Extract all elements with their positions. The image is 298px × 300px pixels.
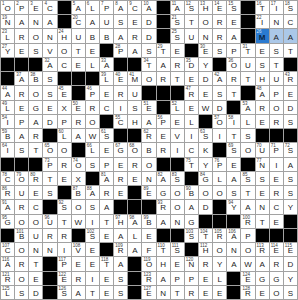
grid-cell[interactable]: S <box>284 286 297 299</box>
grid-cell[interactable]: 64I <box>1 143 14 156</box>
grid-cell[interactable]: 10A <box>142 1 155 14</box>
grid-cell[interactable]: A <box>284 29 297 42</box>
grid-cell[interactable]: 87B <box>72 186 85 199</box>
grid-cell[interactable]: 89E <box>142 186 155 199</box>
grid-cell[interactable]: 120N <box>185 257 198 270</box>
grid-cell[interactable]: E <box>256 115 269 128</box>
grid-cell[interactable]: D <box>284 101 297 114</box>
grid-cell[interactable]: A <box>114 229 127 242</box>
grid-cell[interactable]: T <box>227 129 240 142</box>
grid-cell[interactable]: 49L <box>1 101 14 114</box>
grid-cell[interactable]: L <box>185 115 198 128</box>
grid-cell[interactable]: U <box>241 58 254 71</box>
grid-cell[interactable]: 111S <box>171 243 184 256</box>
grid-cell[interactable]: N <box>199 29 212 42</box>
grid-cell[interactable]: E <box>86 257 99 270</box>
grid-cell[interactable]: R <box>100 186 113 199</box>
grid-cell[interactable]: R <box>72 272 85 285</box>
grid-cell[interactable]: N <box>227 243 240 256</box>
grid-cell[interactable]: 103S <box>185 229 198 242</box>
grid-cell[interactable]: U <box>15 186 28 199</box>
grid-cell[interactable]: 25S <box>171 29 184 42</box>
grid-cell[interactable]: S <box>43 86 56 99</box>
grid-cell[interactable]: T <box>100 215 113 228</box>
grid-cell[interactable]: D <box>29 286 42 299</box>
grid-cell[interactable]: A <box>15 15 28 28</box>
grid-cell[interactable]: A <box>142 115 155 128</box>
grid-cell[interactable]: 36O <box>227 58 240 71</box>
grid-cell[interactable]: 91A <box>1 200 14 213</box>
grid-cell[interactable]: E <box>199 286 212 299</box>
grid-cell[interactable]: I <box>114 101 127 114</box>
grid-cell[interactable]: H <box>157 257 170 270</box>
grid-cell[interactable]: 45E <box>58 86 71 99</box>
grid-cell[interactable]: 100R <box>241 215 254 228</box>
grid-cell[interactable]: O <box>29 215 42 228</box>
grid-cell[interactable]: A <box>29 115 42 128</box>
grid-cell[interactable]: 12S <box>185 1 198 14</box>
grid-cell[interactable]: P <box>58 115 71 128</box>
grid-cell[interactable]: A <box>241 200 254 213</box>
grid-cell[interactable]: S <box>256 172 269 185</box>
grid-cell[interactable]: E <box>256 286 269 299</box>
grid-cell[interactable]: O <box>199 15 212 28</box>
grid-cell[interactable]: O <box>241 243 254 256</box>
grid-cell[interactable]: E <box>29 186 42 199</box>
grid-cell[interactable]: 1O <box>1 1 14 14</box>
grid-cell[interactable]: 24H <box>58 29 71 42</box>
grid-cell[interactable]: 84G <box>199 172 212 185</box>
grid-cell[interactable]: W <box>199 101 212 114</box>
grid-cell[interactable]: T <box>171 72 184 85</box>
grid-cell[interactable]: 78C <box>1 172 14 185</box>
grid-cell[interactable]: E <box>72 257 85 270</box>
grid-cell[interactable]: 54I <box>1 115 14 128</box>
grid-cell[interactable]: A <box>227 172 240 185</box>
grid-cell[interactable]: O <box>15 272 28 285</box>
grid-cell[interactable]: E <box>227 158 240 171</box>
grid-cell[interactable]: U <box>100 15 113 28</box>
grid-cell[interactable]: E <box>256 44 269 57</box>
grid-cell[interactable]: 40E <box>114 72 127 85</box>
grid-cell[interactable]: P <box>241 229 254 242</box>
grid-cell[interactable]: 14E <box>213 1 226 14</box>
grid-cell[interactable]: R <box>227 72 240 85</box>
grid-cell[interactable]: 76P <box>213 158 226 171</box>
grid-cell[interactable]: 77N <box>256 158 269 171</box>
grid-cell[interactable]: 106A <box>227 229 240 242</box>
grid-cell[interactable]: 56P <box>157 115 170 128</box>
grid-cell[interactable]: R <box>15 257 28 270</box>
grid-cell[interactable]: R <box>15 29 28 42</box>
grid-cell[interactable]: 110T <box>157 243 170 256</box>
grid-cell[interactable]: 2P <box>15 1 28 14</box>
grid-cell[interactable]: 115E <box>284 243 297 256</box>
grid-cell[interactable]: 80R <box>29 172 42 185</box>
grid-cell[interactable]: 107C <box>1 243 14 256</box>
grid-cell[interactable]: O <box>241 143 254 156</box>
grid-cell[interactable]: R <box>185 286 198 299</box>
grid-cell[interactable]: R <box>114 172 127 185</box>
grid-cell[interactable]: E <box>284 86 297 99</box>
grid-cell[interactable]: 55C <box>114 115 127 128</box>
grid-cell[interactable]: E <box>171 44 184 57</box>
grid-cell[interactable]: 4C <box>43 1 56 14</box>
grid-cell[interactable]: Y <box>213 257 226 270</box>
grid-cell[interactable]: S <box>284 115 297 128</box>
grid-cell[interactable]: 59B <box>1 129 14 142</box>
grid-cell[interactable]: E <box>29 272 42 285</box>
grid-cell[interactable]: 5A <box>72 1 85 14</box>
grid-cell[interactable]: D <box>284 257 297 270</box>
grid-cell[interactable]: 18S <box>284 1 297 14</box>
grid-cell[interactable]: N <box>157 286 170 299</box>
grid-cell[interactable]: T <box>241 72 254 85</box>
grid-cell[interactable]: L <box>241 115 254 128</box>
grid-cell[interactable]: S <box>43 186 56 199</box>
grid-cell[interactable]: 108V <box>72 243 85 256</box>
grid-cell[interactable]: E <box>157 129 170 142</box>
grid-cell[interactable]: E <box>185 101 198 114</box>
grid-cell[interactable]: 97H <box>114 215 127 228</box>
grid-cell[interactable]: 17I <box>270 1 283 14</box>
grid-cell[interactable]: O <box>171 200 184 213</box>
grid-cell[interactable]: U <box>72 29 85 42</box>
grid-cell[interactable]: Y <box>199 58 212 71</box>
grid-cell[interactable]: T <box>256 215 269 228</box>
grid-cell[interactable]: I <box>213 129 226 142</box>
grid-cell[interactable]: N <box>256 200 269 213</box>
grid-cell[interactable]: A <box>157 215 170 228</box>
grid-cell[interactable]: 83S <box>171 172 184 185</box>
grid-cell[interactable]: 79O <box>15 172 28 185</box>
grid-cell[interactable]: 42A <box>213 72 226 85</box>
grid-cell[interactable]: 118T <box>100 257 113 270</box>
grid-cell[interactable]: N <box>270 15 283 28</box>
grid-cell[interactable]: S <box>142 44 155 57</box>
grid-cell[interactable]: E <box>114 186 127 199</box>
grid-cell[interactable]: W <box>241 257 254 270</box>
grid-cell[interactable]: N <box>171 215 184 228</box>
grid-cell[interactable]: E <box>199 272 212 285</box>
grid-cell[interactable]: U <box>185 29 198 42</box>
grid-cell[interactable]: A <box>114 29 127 42</box>
grid-cell[interactable]: 86R <box>1 186 14 199</box>
grid-cell[interactable]: T <box>58 215 71 228</box>
grid-cell[interactable]: E <box>128 172 141 185</box>
grid-cell[interactable]: E <box>86 243 99 256</box>
grid-cell[interactable]: 15S <box>227 1 240 14</box>
grid-cell[interactable]: R <box>270 115 283 128</box>
grid-cell[interactable]: D <box>199 200 212 213</box>
grid-cell[interactable]: E <box>213 286 226 299</box>
grid-cell[interactable]: 109R <box>114 243 127 256</box>
grid-cell[interactable]: E <box>100 229 113 242</box>
grid-cell[interactable]: 81A <box>100 172 113 185</box>
grid-cell[interactable]: 3E <box>29 1 42 14</box>
grid-cell[interactable]: E <box>86 44 99 57</box>
grid-cell[interactable]: 9C <box>128 1 141 14</box>
grid-cell[interactable]: E <box>100 286 113 299</box>
grid-cell[interactable]: 48A <box>256 86 269 99</box>
grid-cell[interactable]: 34T <box>142 58 155 71</box>
grid-cell[interactable]: 112H <box>199 243 212 256</box>
grid-cell[interactable]: T <box>72 44 85 57</box>
grid-cell[interactable]: H <box>128 115 141 128</box>
grid-cell[interactable]: U <box>270 72 283 85</box>
grid-cell[interactable]: 71P <box>270 143 283 156</box>
grid-cell[interactable]: 51E <box>142 101 155 114</box>
grid-cell[interactable]: O <box>58 44 71 57</box>
grid-cell[interactable]: 127E <box>142 286 155 299</box>
grid-cell[interactable]: 13H <box>199 1 212 14</box>
grid-cell[interactable]: S <box>284 186 297 199</box>
grid-cell[interactable]: 47R <box>185 86 198 99</box>
grid-cell[interactable]: R <box>256 101 269 114</box>
grid-cell[interactable]: R <box>213 29 226 42</box>
selected-cell[interactable]: 26M <box>256 29 269 42</box>
grid-cell[interactable]: S <box>270 44 283 57</box>
grid-cell[interactable]: Y <box>199 158 212 171</box>
grid-cell[interactable]: 85S <box>241 172 254 185</box>
grid-cell[interactable]: A <box>256 257 269 270</box>
grid-cell[interactable]: G <box>256 272 269 285</box>
grid-cell[interactable]: 50E <box>72 101 85 114</box>
grid-cell[interactable]: 92S <box>58 200 71 213</box>
grid-cell[interactable]: 46P <box>86 86 99 99</box>
grid-cell[interactable]: 8A <box>114 1 127 14</box>
grid-cell[interactable]: D <box>213 101 226 114</box>
grid-cell[interactable]: 11A <box>171 1 184 14</box>
grid-cell[interactable]: 33A <box>100 58 113 71</box>
grid-cell[interactable]: R <box>270 186 283 199</box>
grid-cell[interactable]: Y <box>284 272 297 285</box>
grid-cell[interactable]: T <box>270 58 283 71</box>
grid-cell[interactable]: I <box>270 158 283 171</box>
grid-cell[interactable]: R <box>114 86 127 99</box>
grid-cell[interactable]: 57O <box>213 115 226 128</box>
grid-cell[interactable]: O <box>29 29 42 42</box>
grid-cell[interactable]: 38B <box>29 72 42 85</box>
grid-cell[interactable]: 44A <box>1 86 14 99</box>
grid-cell[interactable]: D <box>142 15 155 28</box>
grid-cell[interactable]: I <box>185 129 198 142</box>
grid-cell[interactable]: E <box>100 272 113 285</box>
grid-cell[interactable]: C <box>29 200 42 213</box>
grid-cell[interactable]: K <box>199 143 212 156</box>
grid-cell[interactable]: E <box>100 86 113 99</box>
grid-cell[interactable]: B <box>86 29 99 42</box>
grid-cell[interactable]: I <box>171 143 184 156</box>
grid-cell[interactable]: 21S <box>171 15 184 28</box>
grid-cell[interactable]: R <box>270 257 283 270</box>
grid-cell[interactable]: 102S <box>86 229 99 242</box>
grid-cell[interactable]: E <box>72 58 85 71</box>
grid-cell[interactable]: 98A <box>128 215 141 228</box>
grid-cell[interactable]: E <box>185 72 198 85</box>
grid-cell[interactable]: R <box>72 115 85 128</box>
grid-cell[interactable]: 37A <box>15 72 28 85</box>
grid-cell[interactable]: 126S <box>58 286 71 299</box>
grid-cell[interactable]: R <box>43 229 56 242</box>
grid-cell[interactable]: E <box>270 172 283 185</box>
grid-cell[interactable]: O <box>142 158 155 171</box>
grid-cell[interactable]: G <box>185 215 198 228</box>
grid-cell[interactable]: G <box>157 186 170 199</box>
grid-cell[interactable]: A <box>15 129 28 142</box>
grid-cell[interactable]: A <box>86 15 99 28</box>
grid-cell[interactable]: P <box>15 115 28 128</box>
grid-cell[interactable]: R <box>29 129 42 142</box>
grid-cell[interactable]: R <box>213 15 226 28</box>
grid-cell[interactable]: T <box>241 186 254 199</box>
grid-cell[interactable]: 90B <box>185 186 198 199</box>
grid-cell[interactable]: L <box>86 58 99 71</box>
grid-cell[interactable]: 30E <box>199 44 212 57</box>
grid-cell[interactable]: C <box>270 200 283 213</box>
grid-cell[interactable]: D <box>142 29 155 42</box>
grid-cell[interactable]: 114E <box>270 243 283 256</box>
grid-cell[interactable]: O <box>86 115 99 128</box>
grid-cell[interactable]: O <box>213 186 226 199</box>
grid-cell[interactable]: O <box>29 86 42 99</box>
grid-cell[interactable]: 68O <box>128 143 141 156</box>
grid-cell[interactable]: E <box>43 101 56 114</box>
grid-cell[interactable]: 119O <box>142 257 155 270</box>
grid-cell[interactable]: N <box>142 172 155 185</box>
grid-cell[interactable]: R <box>128 158 141 171</box>
grid-cell[interactable]: 29T <box>157 44 170 57</box>
grid-cell[interactable]: S <box>114 15 127 28</box>
grid-cell[interactable]: O <box>72 200 85 213</box>
grid-cell[interactable]: P <box>270 86 283 99</box>
grid-cell[interactable]: O <box>199 186 212 199</box>
grid-cell[interactable]: S <box>15 286 28 299</box>
grid-cell[interactable]: P <box>227 44 240 57</box>
grid-cell[interactable]: C <box>58 58 71 71</box>
grid-cell[interactable]: S <box>227 186 240 199</box>
grid-cell[interactable]: 95G <box>1 215 14 228</box>
grid-cell[interactable]: S <box>15 143 28 156</box>
grid-cell[interactable]: 60L <box>58 129 71 142</box>
grid-cell[interactable]: Y <box>284 200 297 213</box>
grid-cell[interactable]: F <box>142 243 155 256</box>
grid-cell[interactable]: L <box>213 172 226 185</box>
grid-cell[interactable]: B <box>142 143 155 156</box>
grid-cell[interactable]: I <box>86 272 99 285</box>
grid-cell[interactable]: S <box>213 44 226 57</box>
grid-cell[interactable]: 39L <box>100 72 113 85</box>
grid-cell[interactable]: S <box>29 44 42 57</box>
grid-cell[interactable]: A <box>227 257 240 270</box>
grid-cell[interactable]: R <box>171 58 184 71</box>
grid-cell[interactable]: 93R <box>157 200 170 213</box>
grid-cell[interactable]: 128R <box>241 286 254 299</box>
grid-cell[interactable]: 74O <box>72 158 85 171</box>
grid-cell[interactable]: 20C <box>72 15 85 28</box>
grid-cell[interactable]: A <box>227 29 240 42</box>
grid-cell[interactable]: 123R <box>142 272 155 285</box>
grid-cell[interactable]: N <box>43 29 56 42</box>
grid-cell[interactable]: G <box>29 101 42 114</box>
grid-cell[interactable]: 122E <box>58 272 71 285</box>
grid-cell[interactable]: 105R <box>213 229 226 242</box>
grid-cell[interactable]: 121R <box>1 272 14 285</box>
grid-cell[interactable]: A <box>284 158 297 171</box>
grid-cell[interactable]: 113R <box>256 243 269 256</box>
grid-cell[interactable]: N <box>43 243 56 256</box>
grid-cell[interactable]: R <box>86 101 99 114</box>
grid-cell[interactable]: 82A <box>157 172 170 185</box>
grid-cell[interactable]: A <box>157 272 170 285</box>
grid-cell[interactable]: L <box>213 272 226 285</box>
grid-cell[interactable]: V <box>43 44 56 57</box>
grid-cell[interactable]: D <box>199 72 212 85</box>
grid-cell[interactable]: S <box>86 158 99 171</box>
grid-cell[interactable]: O <box>213 243 226 256</box>
grid-cell[interactable]: S <box>256 58 269 71</box>
grid-cell[interactable]: E <box>114 158 127 171</box>
grid-cell[interactable]: D <box>43 115 56 128</box>
grid-cell[interactable]: R <box>15 200 28 213</box>
grid-cell[interactable]: E <box>171 257 184 270</box>
grid-cell[interactable]: O <box>58 143 71 156</box>
grid-cell[interactable]: A <box>72 129 85 142</box>
grid-cell[interactable]: T <box>171 286 184 299</box>
grid-cell[interactable]: I <box>86 215 99 228</box>
grid-cell[interactable]: 66L <box>86 143 99 156</box>
grid-cell[interactable]: P <box>171 272 184 285</box>
grid-cell[interactable]: 31T <box>241 44 254 57</box>
grid-cell[interactable]: R <box>157 72 170 85</box>
grid-cell[interactable]: 73P <box>43 158 56 171</box>
grid-cell[interactable]: 58I <box>227 115 240 128</box>
grid-cell[interactable]: 22I <box>256 15 269 28</box>
grid-cell[interactable]: L <box>128 229 141 242</box>
grid-cell[interactable]: O <box>142 72 155 85</box>
grid-cell[interactable]: O <box>15 215 28 228</box>
grid-cell[interactable]: 69S <box>227 143 240 156</box>
grid-cell[interactable]: E <box>142 229 155 242</box>
grid-cell[interactable]: 117P <box>58 257 71 270</box>
grid-cell[interactable]: A <box>72 286 85 299</box>
grid-cell[interactable]: 61S <box>100 129 113 142</box>
grid-cell[interactable]: S <box>213 86 226 99</box>
grid-cell[interactable]: 28P <box>114 44 127 57</box>
grid-cell[interactable]: S <box>114 272 127 285</box>
grid-cell[interactable]: 65O <box>43 143 56 156</box>
grid-cell[interactable]: 23L <box>1 29 14 42</box>
grid-cell[interactable]: 52L <box>171 101 184 114</box>
grid-cell[interactable]: 7P <box>100 1 113 14</box>
grid-cell[interactable]: 88A <box>86 186 99 199</box>
grid-cell[interactable]: 19N <box>1 15 14 28</box>
grid-cell[interactable]: U <box>29 229 42 242</box>
grid-cell[interactable]: A <box>128 44 141 57</box>
grid-cell[interactable]: E <box>227 15 240 28</box>
grid-cell[interactable]: C <box>100 101 113 114</box>
grid-cell[interactable]: A <box>100 200 113 213</box>
grid-cell[interactable]: E <box>256 186 269 199</box>
grid-cell[interactable]: A <box>270 29 283 42</box>
grid-cell[interactable]: 104T <box>199 229 212 242</box>
grid-cell[interactable]: S <box>114 286 127 299</box>
grid-cell[interactable]: 96U <box>43 215 56 228</box>
grid-cell[interactable]: 94Y <box>227 200 240 213</box>
grid-cell[interactable]: 35D <box>185 58 198 71</box>
grid-cell[interactable]: T <box>86 286 99 299</box>
grid-cell[interactable]: S <box>284 172 297 185</box>
